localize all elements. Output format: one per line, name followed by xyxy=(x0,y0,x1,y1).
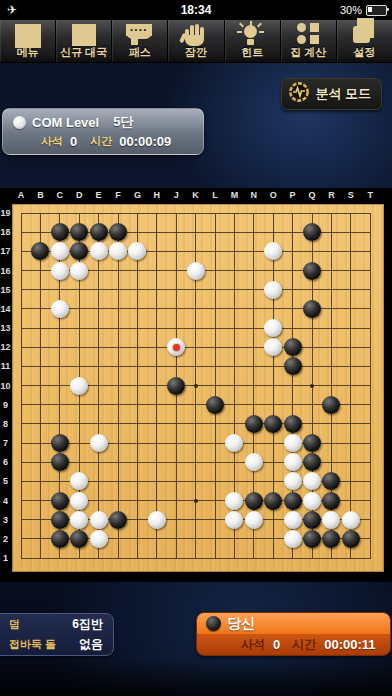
hand-icon xyxy=(181,22,211,45)
row-label: 1 xyxy=(0,553,11,563)
stone-white xyxy=(70,511,88,529)
col-label: A xyxy=(18,190,25,200)
last-move-marker xyxy=(173,344,180,351)
stone-white xyxy=(70,492,88,510)
count-territory-button[interactable]: 집 계산 xyxy=(281,20,337,62)
stone-white xyxy=(284,434,302,452)
row-label: 16 xyxy=(0,266,11,276)
col-label: B xyxy=(37,190,44,200)
stone-white xyxy=(51,300,69,318)
stone-black xyxy=(284,415,302,433)
row-label: 3 xyxy=(0,515,11,525)
row-label: 17 xyxy=(0,246,11,256)
stone-black xyxy=(284,492,302,510)
grid-line xyxy=(350,213,351,559)
stone-white xyxy=(264,281,282,299)
stone-white xyxy=(303,472,321,490)
stone-white xyxy=(264,242,282,260)
grid-line xyxy=(21,328,371,329)
stone-black xyxy=(51,453,69,471)
col-label: T xyxy=(367,190,373,200)
stone-black xyxy=(303,434,321,452)
stone-white xyxy=(322,511,340,529)
status-time: 18:34 xyxy=(0,3,392,17)
stone-black xyxy=(245,492,263,510)
pass-button[interactable]: ···· 패스 xyxy=(112,20,168,62)
stone-black xyxy=(51,530,69,548)
com-time-value: 00:00:09 xyxy=(119,134,171,149)
row-label: 14 xyxy=(0,304,11,314)
com-name: COM Level xyxy=(32,115,99,130)
stone-white xyxy=(264,338,282,356)
col-label: O xyxy=(270,190,277,200)
count-territory-button-label: 집 계산 xyxy=(290,45,326,60)
col-label: F xyxy=(115,190,121,200)
handicap-value: 없음 xyxy=(79,636,103,653)
stone-black xyxy=(51,492,69,510)
stone-white xyxy=(264,319,282,337)
wait-button[interactable]: 잠깐 xyxy=(168,20,224,62)
row-label: 5 xyxy=(0,476,11,486)
stone-white xyxy=(303,492,321,510)
stones-count-icon xyxy=(293,22,323,45)
stone-black xyxy=(245,415,263,433)
player-captures-label: 사석 xyxy=(241,636,265,653)
player-time-label: 시간 xyxy=(292,636,316,653)
col-label: K xyxy=(192,190,199,200)
grid-line xyxy=(21,289,371,290)
stone-black xyxy=(322,396,340,414)
row-label: 2 xyxy=(0,534,11,544)
row-label: 6 xyxy=(0,457,11,467)
human-player-panel: 당신 사석 0 시간 00:00:11 xyxy=(196,612,391,656)
stone-white xyxy=(90,242,108,260)
go-board[interactable] xyxy=(12,204,384,572)
stone-black xyxy=(51,511,69,529)
stone-black xyxy=(303,223,321,241)
stone-white xyxy=(284,511,302,529)
row-label: 19 xyxy=(0,208,11,218)
row-label: 10 xyxy=(0,381,11,391)
stone-black xyxy=(264,492,282,510)
row-label: 4 xyxy=(0,496,11,506)
stone-white xyxy=(70,377,88,395)
settings-check-icon: ✓ xyxy=(349,22,379,45)
col-label: N xyxy=(251,190,258,200)
com-captures-label: 사석 xyxy=(41,134,63,149)
row-label: 18 xyxy=(0,227,11,237)
col-label: H xyxy=(154,190,161,200)
row-label: 8 xyxy=(0,419,11,429)
battery-icon xyxy=(366,5,387,16)
grid-line xyxy=(21,423,371,424)
row-label: 12 xyxy=(0,342,11,352)
stone-black xyxy=(167,377,185,395)
grid-line xyxy=(21,366,371,367)
player-name: 당신 xyxy=(227,615,255,633)
grid-line xyxy=(21,558,371,559)
stone-black xyxy=(206,396,224,414)
grid-line xyxy=(40,213,41,559)
grid-line xyxy=(215,213,216,559)
col-label: C xyxy=(57,190,64,200)
stone-black xyxy=(342,530,360,548)
player-time-value: 00:00:11 xyxy=(324,637,375,652)
col-label: E xyxy=(96,190,102,200)
stone-black xyxy=(303,262,321,280)
star-point xyxy=(194,499,198,503)
row-label: 13 xyxy=(0,323,11,333)
battery-percent: 30% xyxy=(340,4,362,16)
stone-black xyxy=(264,415,282,433)
menu-button[interactable]: 메뉴 xyxy=(0,20,56,62)
black-stone-icon xyxy=(206,616,221,631)
menu-icon xyxy=(13,22,43,45)
hint-button[interactable]: 힌트 xyxy=(225,20,281,62)
stone-black xyxy=(90,223,108,241)
col-label: R xyxy=(328,190,335,200)
grid-line xyxy=(370,213,371,559)
handicap-label: 접바둑 돌 xyxy=(9,637,56,652)
stone-black xyxy=(109,511,127,529)
stone-black xyxy=(70,223,88,241)
stone-white xyxy=(225,492,243,510)
settings-button[interactable]: ✓ 설정 xyxy=(337,20,392,62)
komi-label: 덤 xyxy=(9,617,20,632)
lightbulb-icon xyxy=(237,22,267,45)
grid-line xyxy=(21,404,371,405)
stone-black xyxy=(303,300,321,318)
stone-black xyxy=(284,338,302,356)
stone-black xyxy=(322,492,340,510)
stone-white xyxy=(187,262,205,280)
star-point xyxy=(310,384,314,388)
row-label: 15 xyxy=(0,285,11,295)
grid-line xyxy=(156,213,157,559)
row-label: 11 xyxy=(0,361,11,371)
stone-black xyxy=(70,530,88,548)
stone-black xyxy=(322,472,340,490)
stone-white xyxy=(90,511,108,529)
col-label: D xyxy=(76,190,83,200)
grid-line xyxy=(21,213,22,559)
toolbar: 메뉴 신규 대국 ···· 패스 잠깐 힌트 집 계산 ✓ 설정 xyxy=(0,20,392,63)
hint-button-label: 힌트 xyxy=(241,45,263,60)
wait-button-label: 잠깐 xyxy=(185,45,207,60)
stone-white xyxy=(225,434,243,452)
new-game-grid-icon xyxy=(69,22,99,45)
stone-black xyxy=(51,434,69,452)
player-captures-value: 0 xyxy=(273,637,280,652)
col-label: J xyxy=(174,190,179,200)
white-stone-icon xyxy=(13,116,26,129)
stone-white xyxy=(245,453,263,471)
stone-black xyxy=(303,511,321,529)
board-frame: ABCDEFGHJKLMNOPQRST 19181716151413121110… xyxy=(0,188,392,582)
row-label: 9 xyxy=(0,400,11,410)
col-label: Q xyxy=(308,190,315,200)
grid-line xyxy=(21,347,371,348)
star-point xyxy=(194,384,198,388)
stone-black xyxy=(70,242,88,260)
col-label: L xyxy=(212,190,218,200)
grid-line xyxy=(118,213,119,559)
status-bar: ✈ 18:34 30% xyxy=(0,0,392,20)
col-label: G xyxy=(134,190,141,200)
stone-black xyxy=(284,357,302,375)
stone-white xyxy=(70,262,88,280)
game-info-panel: 덤 6집반 접바둑 돌 없음 xyxy=(0,613,114,656)
stone-white xyxy=(109,242,127,260)
analysis-pulse-icon xyxy=(288,81,310,107)
col-label: M xyxy=(231,190,239,200)
com-player-panel: COM Level 5단 사석 0 시간 00:00:09 xyxy=(2,108,204,155)
col-label: S xyxy=(348,190,354,200)
grid-line xyxy=(98,213,99,559)
stone-white xyxy=(284,530,302,548)
stone-black xyxy=(322,530,340,548)
stone-white xyxy=(284,472,302,490)
analysis-mode-label: 분석 모드 xyxy=(315,85,371,103)
new-game-button-label: 신규 대국 xyxy=(60,45,107,60)
row-label: 7 xyxy=(0,438,11,448)
stone-white xyxy=(128,242,146,260)
speech-bubble-icon: ···· xyxy=(125,22,155,45)
com-rank: 5단 xyxy=(113,113,133,131)
bottom-shade xyxy=(0,658,392,696)
stone-white xyxy=(70,472,88,490)
analysis-mode-button[interactable]: 분석 모드 xyxy=(281,78,382,110)
komi-value: 6집반 xyxy=(72,616,103,633)
pass-button-label: 패스 xyxy=(129,45,151,60)
grid-line xyxy=(21,213,371,214)
stone-black xyxy=(109,223,127,241)
stone-black xyxy=(51,223,69,241)
stone-white xyxy=(225,511,243,529)
stone-black xyxy=(303,453,321,471)
stone-white xyxy=(51,242,69,260)
stone-white xyxy=(51,262,69,280)
settings-button-label: 설정 xyxy=(353,45,375,60)
stone-white xyxy=(342,511,360,529)
stone-white xyxy=(245,511,263,529)
grid-line xyxy=(137,213,138,559)
stone-white xyxy=(90,434,108,452)
new-game-button[interactable]: 신규 대국 xyxy=(56,20,112,62)
stone-white xyxy=(284,453,302,471)
stone-black xyxy=(303,530,321,548)
com-time-label: 시간 xyxy=(90,134,112,149)
stone-white xyxy=(148,511,166,529)
col-label: P xyxy=(290,190,296,200)
com-captures-value: 0 xyxy=(70,134,77,149)
stone-black xyxy=(31,242,49,260)
stone-white xyxy=(90,530,108,548)
